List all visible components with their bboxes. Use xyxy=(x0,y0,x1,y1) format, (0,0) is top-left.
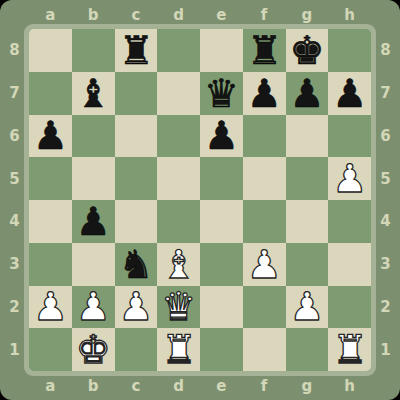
square-c6[interactable] xyxy=(115,115,158,158)
square-a1[interactable] xyxy=(29,328,72,371)
square-d6[interactable] xyxy=(157,115,200,158)
piece-black-pawn-b4[interactable]: ♟ xyxy=(76,202,111,241)
square-d5[interactable] xyxy=(157,157,200,200)
file-label-bottom-h: h xyxy=(328,371,371,400)
piece-white-pawn-g2[interactable]: ♟ xyxy=(289,287,324,326)
piece-white-rook-d1[interactable]: ♜ xyxy=(161,330,196,369)
square-d2[interactable]: ♛ xyxy=(157,286,200,329)
square-h7[interactable]: ♟ xyxy=(328,72,371,115)
square-a3[interactable] xyxy=(29,243,72,286)
rank-label-left-1: 1 xyxy=(0,328,29,371)
rank-label-left-3: 3 xyxy=(0,243,29,286)
square-e8[interactable] xyxy=(200,29,243,72)
piece-white-bishop-d3[interactable]: ♝ xyxy=(161,245,196,284)
file-label-bottom-b: b xyxy=(72,371,115,400)
square-g7[interactable]: ♟ xyxy=(286,72,329,115)
square-h5[interactable]: ♟ xyxy=(328,157,371,200)
piece-white-pawn-c2[interactable]: ♟ xyxy=(118,287,153,326)
rank-label-right-4: 4 xyxy=(371,200,400,243)
piece-black-pawn-f7[interactable]: ♟ xyxy=(247,74,282,113)
square-h6[interactable] xyxy=(328,115,371,158)
piece-white-pawn-f3[interactable]: ♟ xyxy=(247,245,282,284)
rank-label-right-7: 7 xyxy=(371,72,400,115)
rank-label-left-7: 7 xyxy=(0,72,29,115)
file-labels-top: abcdefgh xyxy=(29,0,371,29)
rank-label-left-8: 8 xyxy=(0,29,29,72)
piece-white-rook-h1[interactable]: ♜ xyxy=(332,330,367,369)
square-e2[interactable] xyxy=(200,286,243,329)
square-c7[interactable] xyxy=(115,72,158,115)
square-b7[interactable]: ♝ xyxy=(72,72,115,115)
piece-white-pawn-b2[interactable]: ♟ xyxy=(76,287,111,326)
square-f7[interactable]: ♟ xyxy=(243,72,286,115)
rank-label-left-4: 4 xyxy=(0,200,29,243)
piece-black-pawn-e6[interactable]: ♟ xyxy=(204,116,239,155)
file-label-bottom-e: e xyxy=(200,371,243,400)
file-label-top-a: a xyxy=(29,0,72,29)
square-g4[interactable] xyxy=(286,200,329,243)
square-g5[interactable] xyxy=(286,157,329,200)
file-label-top-c: c xyxy=(115,0,158,29)
square-h3[interactable] xyxy=(328,243,371,286)
piece-black-king-g8[interactable]: ♚ xyxy=(289,31,324,70)
square-f1[interactable] xyxy=(243,328,286,371)
rank-label-left-6: 6 xyxy=(0,115,29,158)
rank-label-right-5: 5 xyxy=(371,157,400,200)
square-e6[interactable]: ♟ xyxy=(200,115,243,158)
square-d1[interactable]: ♜ xyxy=(157,328,200,371)
square-a2[interactable]: ♟ xyxy=(29,286,72,329)
square-a8[interactable] xyxy=(29,29,72,72)
square-d8[interactable] xyxy=(157,29,200,72)
square-e4[interactable] xyxy=(200,200,243,243)
file-labels-bottom: abcdefgh xyxy=(29,371,371,400)
square-c2[interactable]: ♟ xyxy=(115,286,158,329)
square-d3[interactable]: ♝ xyxy=(157,243,200,286)
square-h4[interactable] xyxy=(328,200,371,243)
file-label-bottom-c: c xyxy=(115,371,158,400)
piece-white-queen-d2[interactable]: ♛ xyxy=(161,287,196,326)
square-g1[interactable] xyxy=(286,328,329,371)
rank-label-right-2: 2 xyxy=(371,286,400,329)
square-f3[interactable]: ♟ xyxy=(243,243,286,286)
square-e5[interactable] xyxy=(200,157,243,200)
square-d7[interactable] xyxy=(157,72,200,115)
square-e3[interactable] xyxy=(200,243,243,286)
square-a6[interactable]: ♟ xyxy=(29,115,72,158)
piece-white-king-b1[interactable]: ♚ xyxy=(76,330,111,369)
square-b4[interactable]: ♟ xyxy=(72,200,115,243)
square-c8[interactable]: ♜ xyxy=(115,29,158,72)
square-a7[interactable] xyxy=(29,72,72,115)
square-e7[interactable]: ♛ xyxy=(200,72,243,115)
piece-black-pawn-a6[interactable]: ♟ xyxy=(33,116,68,155)
square-f8[interactable]: ♜ xyxy=(243,29,286,72)
square-b6[interactable] xyxy=(72,115,115,158)
square-g2[interactable]: ♟ xyxy=(286,286,329,329)
square-e1[interactable] xyxy=(200,328,243,371)
file-label-top-f: f xyxy=(243,0,286,29)
square-g8[interactable]: ♚ xyxy=(286,29,329,72)
chess-board: ♜♜♚♝♛♟♟♟♟♟♟♟♞♝♟♟♟♟♛♟♚♜♜ xyxy=(29,29,371,371)
chess-board-widget: abcdefgh 87654321 87654321 abcdefgh ♜♜♚♝… xyxy=(0,0,400,400)
square-b3[interactable] xyxy=(72,243,115,286)
square-f6[interactable] xyxy=(243,115,286,158)
square-c1[interactable] xyxy=(115,328,158,371)
square-h1[interactable]: ♜ xyxy=(328,328,371,371)
rank-label-right-3: 3 xyxy=(371,243,400,286)
square-h2[interactable] xyxy=(328,286,371,329)
square-g3[interactable] xyxy=(286,243,329,286)
piece-black-knight-c3[interactable]: ♞ xyxy=(118,245,153,284)
square-f2[interactable] xyxy=(243,286,286,329)
rank-label-left-2: 2 xyxy=(0,286,29,329)
file-label-top-e: e xyxy=(200,0,243,29)
square-b2[interactable]: ♟ xyxy=(72,286,115,329)
square-b8[interactable] xyxy=(72,29,115,72)
square-a4[interactable] xyxy=(29,200,72,243)
file-label-bottom-g: g xyxy=(286,371,329,400)
piece-black-pawn-h7[interactable]: ♟ xyxy=(332,74,367,113)
square-c3[interactable]: ♞ xyxy=(115,243,158,286)
file-label-top-h: h xyxy=(328,0,371,29)
rank-label-right-6: 6 xyxy=(371,115,400,158)
square-b5[interactable] xyxy=(72,157,115,200)
piece-black-bishop-b7[interactable]: ♝ xyxy=(76,74,111,113)
piece-black-rook-f8[interactable]: ♜ xyxy=(247,31,282,70)
square-f4[interactable] xyxy=(243,200,286,243)
square-g6[interactable] xyxy=(286,115,329,158)
file-label-bottom-a: a xyxy=(29,371,72,400)
rank-labels-right: 87654321 xyxy=(371,29,400,371)
file-label-bottom-f: f xyxy=(243,371,286,400)
square-a5[interactable] xyxy=(29,157,72,200)
square-b1[interactable]: ♚ xyxy=(72,328,115,371)
rank-label-right-8: 8 xyxy=(371,29,400,72)
square-h8[interactable] xyxy=(328,29,371,72)
piece-black-queen-e7[interactable]: ♛ xyxy=(204,74,239,113)
piece-black-rook-c8[interactable]: ♜ xyxy=(118,31,153,70)
rank-labels-left: 87654321 xyxy=(0,29,29,371)
file-label-top-g: g xyxy=(286,0,329,29)
piece-white-pawn-a2[interactable]: ♟ xyxy=(33,287,68,326)
square-d4[interactable] xyxy=(157,200,200,243)
rank-label-right-1: 1 xyxy=(371,328,400,371)
file-label-top-b: b xyxy=(72,0,115,29)
file-label-bottom-d: d xyxy=(157,371,200,400)
square-c5[interactable] xyxy=(115,157,158,200)
square-c4[interactable] xyxy=(115,200,158,243)
square-f5[interactable] xyxy=(243,157,286,200)
rank-label-left-5: 5 xyxy=(0,157,29,200)
piece-white-pawn-h5[interactable]: ♟ xyxy=(332,159,367,198)
piece-black-pawn-g7[interactable]: ♟ xyxy=(289,74,324,113)
file-label-top-d: d xyxy=(157,0,200,29)
